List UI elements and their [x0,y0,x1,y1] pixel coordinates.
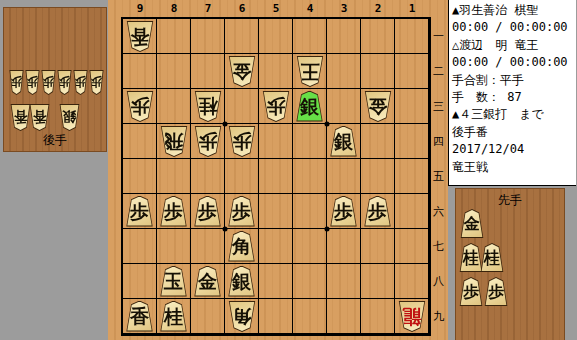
shogi-piece-gote[interactable]: 歩 [126,91,154,122]
piece-glyph: 香 [130,307,149,326]
piece-body: 香 [30,105,49,130]
shogi-piece-sente[interactable]: 桂 [480,243,504,272]
piece-body: 歩 [460,278,482,305]
file-label: 6 [225,2,259,15]
square-46[interactable] [293,194,327,229]
square-44[interactable] [293,124,327,159]
file-label: 4 [293,2,327,15]
piece-glyph: 歩 [198,202,217,221]
rank-label: 四 [433,124,444,159]
piece-body: 玉 [161,267,187,296]
square-31[interactable] [327,19,361,54]
square-87[interactable] [157,229,191,264]
piece-body: 香 [11,105,30,130]
square-25[interactable] [361,159,395,194]
hoshi-dot [223,227,228,232]
square-15[interactable] [395,159,429,194]
info-line: △渡辺 明 竜王 [452,37,576,54]
shogi-piece-sente[interactable]: 歩 [484,277,508,306]
square-38[interactable] [327,264,361,299]
rank-label: 五 [433,159,444,194]
shogi-piece-gote[interactable]: 銀 [59,104,80,131]
shogi-piece-gote[interactable]: 桂 [194,91,222,122]
shogi-piece-sente[interactable]: 桂 [160,301,188,332]
piece-body: 龍 [399,302,425,331]
sente-tray-label: 先手 [456,192,564,209]
square-34[interactable]: 銀 [327,124,361,159]
hoshi-dot [325,122,330,127]
square-37[interactable] [327,229,361,264]
piece-glyph: 香 [14,111,28,125]
piece-glyph: 歩 [130,97,149,116]
shogi-piece-sente[interactable]: 歩 [160,196,188,227]
piece-body: 銀 [229,267,255,296]
square-92[interactable] [123,54,157,89]
square-74[interactable]: 歩 [191,124,225,159]
hoshi-dot [223,122,228,127]
piece-body: 歩 [42,71,55,94]
square-58[interactable] [259,264,293,299]
piece-glyph: 飛 [164,132,183,151]
square-59[interactable] [259,299,293,334]
square-93[interactable]: 歩 [123,89,157,124]
square-78[interactable]: 金 [191,264,225,299]
shogi-piece-sente[interactable]: 歩 [126,196,154,227]
gote-hand-tray: 歩歩歩歩歩歩 香香銀 後手 [3,7,107,152]
piece-body: 金 [195,267,221,296]
square-16[interactable] [395,194,429,229]
gote-hand-row-majors: 香香銀 [10,104,80,131]
info-line: 2017/12/04 [452,141,576,158]
piece-glyph: 銀 [334,132,353,151]
piece-body: 歩 [195,197,221,226]
piece-body: 角 [229,232,255,261]
piece-body: 桂 [481,244,503,271]
shogi-piece-sente[interactable]: 銀 [296,91,324,122]
square-12[interactable] [395,54,429,89]
piece-body: 香 [127,22,153,51]
shogi-piece-gote[interactable]: 歩 [9,70,24,95]
square-42[interactable]: 王 [293,54,327,89]
square-26[interactable]: 歩 [361,194,395,229]
piece-glyph: 金 [198,272,217,291]
square-67[interactable]: 角 [225,229,259,264]
square-68[interactable]: 銀 [225,264,259,299]
shogi-piece-gote[interactable]: 金 [364,91,392,122]
shogi-piece-gote[interactable]: 歩 [73,70,88,95]
piece-glyph: 歩 [164,202,183,221]
shogi-piece-gote[interactable]: 角 [228,301,256,332]
sente-hand-row-3: 歩歩 [459,277,508,306]
piece-glyph: 王 [300,62,319,81]
square-29[interactable] [361,299,395,334]
shogi-piece-gote[interactable]: 歩 [57,70,72,95]
square-81[interactable] [157,19,191,54]
rank-labels: 一二三四五六七八九 [433,19,444,334]
info-line: 00:00 / 00:00:00 [452,54,576,71]
piece-glyph: 歩 [198,132,217,151]
square-95[interactable] [123,159,157,194]
square-73[interactable]: 桂 [191,89,225,124]
square-66[interactable]: 歩 [225,194,259,229]
square-53[interactable]: 歩 [259,89,293,124]
piece-body: 角 [229,302,255,331]
piece-glyph: 歩 [43,77,55,89]
piece-glyph: 歩 [27,77,39,89]
square-28[interactable] [361,264,395,299]
shogi-piece-sente[interactable]: 角 [228,231,256,262]
gote-hand-row-pawns: 歩歩歩歩歩歩 [9,70,105,95]
piece-glyph: 金 [232,62,251,81]
piece-body: 桂 [195,92,221,121]
piece-glyph: 角 [232,237,251,256]
square-62[interactable]: 金 [225,54,259,89]
piece-glyph: 歩 [75,77,87,89]
piece-body: 金 [229,57,255,86]
shogi-piece-sente[interactable]: 金 [460,209,484,238]
piece-body: 歩 [58,71,71,94]
square-18[interactable] [395,264,429,299]
piece-glyph: 歩 [368,202,387,221]
piece-body: 歩 [195,127,221,156]
shogi-piece-sente[interactable]: 歩 [364,196,392,227]
info-line: 後手番 [452,124,576,141]
square-79[interactable] [191,299,225,334]
square-55[interactable] [259,159,293,194]
shogi-piece-sente[interactable]: 香 [126,301,154,332]
square-94[interactable] [123,124,157,159]
shogi-piece-sente[interactable]: 銀 [228,266,256,297]
piece-body: 飛 [161,127,187,156]
square-57[interactable] [259,229,293,264]
square-47[interactable] [293,229,327,264]
square-35[interactable] [327,159,361,194]
piece-body: 歩 [127,92,153,121]
square-61[interactable] [225,19,259,54]
info-line: 竜王戦 [452,159,576,176]
piece-body: 歩 [229,197,255,226]
square-63[interactable] [225,89,259,124]
rank-label: 七 [433,229,444,264]
piece-body: 歩 [90,71,103,94]
square-98[interactable] [123,264,157,299]
piece-body: 銀 [297,92,323,121]
piece-body: 歩 [229,127,255,156]
piece-glyph: 桂 [164,307,183,326]
square-17[interactable] [395,229,429,264]
file-labels: 987654321 [123,2,429,15]
piece-body: 金 [365,92,391,121]
board-panel: 987654321 一二三四五六七八九 香金王歩桂歩銀金飛歩歩銀歩歩歩歩歩歩角玉… [108,0,448,340]
shogi-piece-sente[interactable]: 歩 [459,277,483,306]
square-97[interactable] [123,229,157,264]
piece-glyph: 歩 [266,97,285,116]
piece-glyph: 歩 [91,77,103,89]
square-69[interactable]: 角 [225,299,259,334]
piece-body: 歩 [331,197,357,226]
piece-body: 桂 [460,244,482,271]
piece-glyph: 銀 [232,272,251,291]
square-43[interactable]: 銀 [293,89,327,124]
piece-body: 銀 [60,105,79,130]
shogi-piece-gote[interactable]: 歩 [194,126,222,157]
piece-glyph: 玉 [164,272,183,291]
info-line: 手合割：平手 [452,72,576,89]
square-64[interactable]: 歩 [225,124,259,159]
shogi-piece-gote[interactable]: 王 [296,56,324,87]
rank-label: 一 [433,19,444,54]
piece-glyph: 歩 [59,77,71,89]
shogi-piece-sente[interactable]: 歩 [330,196,358,227]
square-91[interactable]: 香 [123,19,157,54]
square-86[interactable]: 歩 [157,194,191,229]
square-99[interactable]: 香 [123,299,157,334]
square-13[interactable] [395,89,429,124]
square-75[interactable] [191,159,225,194]
square-45[interactable] [293,159,327,194]
file-label: 5 [259,2,293,15]
square-76[interactable]: 歩 [191,194,225,229]
square-96[interactable]: 歩 [123,194,157,229]
piece-body: 歩 [10,71,23,94]
rank-label: 九 [433,299,444,334]
piece-glyph: 歩 [232,132,251,151]
shogi-piece-gote[interactable]: 歩 [25,70,40,95]
piece-glyph: 歩 [11,77,23,89]
file-label: 1 [395,2,429,15]
square-23[interactable]: 金 [361,89,395,124]
piece-glyph: 歩 [488,284,504,300]
piece-body: 香 [127,302,153,331]
square-21[interactable] [361,19,395,54]
file-label: 8 [157,2,191,15]
shogi-piece-sente[interactable]: 金 [194,266,222,297]
square-24[interactable] [361,124,395,159]
piece-body: 銀 [331,127,357,156]
shogi-piece-gote[interactable]: 歩 [262,91,290,122]
piece-glyph: 銀 [63,111,77,125]
square-82[interactable] [157,54,191,89]
info-line: 00:00 / 00:00:00 [452,19,576,36]
piece-glyph: 歩 [130,202,149,221]
shogi-piece-gote[interactable]: 金 [228,56,256,87]
shogi-piece-sente[interactable]: 歩 [228,196,256,227]
square-33[interactable] [327,89,361,124]
file-label: 7 [191,2,225,15]
file-label: 3 [327,2,361,15]
piece-glyph: 香 [33,111,47,125]
shogi-piece-gote[interactable]: 飛 [160,126,188,157]
square-56[interactable] [259,194,293,229]
piece-glyph: 角 [232,307,251,326]
square-85[interactable] [157,159,191,194]
piece-body: 歩 [127,197,153,226]
piece-body: 歩 [74,71,87,94]
shogi-piece-sente[interactable]: 桂 [459,243,483,272]
shogi-app-window: 歩歩歩歩歩歩 香香銀 後手 987654321 一二三四五六七八九 香金王歩桂歩… [0,0,577,340]
rank-label: 八 [433,264,444,299]
shogi-piece-gote[interactable]: 歩 [89,70,104,95]
square-52[interactable] [259,54,293,89]
piece-body: 金 [461,210,483,237]
piece-glyph: 香 [130,27,149,46]
piece-glyph: 歩 [334,202,353,221]
file-label: 2 [361,2,395,15]
square-54[interactable] [259,124,293,159]
sente-hand-tray: 先手 金 桂桂 歩歩 [455,188,565,340]
piece-glyph: 桂 [198,97,217,116]
shogi-piece-gote[interactable]: 香 [126,21,154,52]
info-line: ▲羽生善治 棋聖 [452,2,576,19]
square-11[interactable] [395,19,429,54]
square-19[interactable]: 龍 [395,299,429,334]
square-84[interactable]: 飛 [157,124,191,159]
square-51[interactable] [259,19,293,54]
file-label: 9 [123,2,157,15]
rank-label: 六 [433,194,444,229]
square-65[interactable] [225,159,259,194]
piece-glyph: 桂 [484,250,500,266]
square-22[interactable] [361,54,395,89]
square-36[interactable]: 歩 [327,194,361,229]
square-71[interactable] [191,19,225,54]
shogi-piece-sente[interactable]: 玉 [160,266,188,297]
piece-glyph: 金 [368,97,387,116]
rank-label: 三 [433,89,444,124]
piece-glyph: 金 [464,216,480,232]
square-14[interactable] [395,124,429,159]
square-32[interactable] [327,54,361,89]
hoshi-dot [325,227,330,232]
piece-glyph: 銀 [300,97,319,116]
piece-body: 歩 [26,71,39,94]
square-41[interactable] [293,19,327,54]
square-48[interactable] [293,264,327,299]
square-49[interactable] [293,299,327,334]
piece-body: 歩 [263,92,289,121]
square-83[interactable] [157,89,191,124]
piece-body: 桂 [161,302,187,331]
piece-glyph: 桂 [463,250,479,266]
piece-body: 歩 [485,278,507,305]
piece-body: 歩 [161,197,187,226]
square-39[interactable] [327,299,361,334]
square-27[interactable] [361,229,395,264]
piece-glyph: 歩 [232,202,251,221]
shogi-piece-sente[interactable]: 歩 [194,196,222,227]
gote-tray-label: 後手 [4,132,106,149]
board-grid: 香金王歩桂歩銀金飛歩歩銀歩歩歩歩歩歩角玉金銀香桂角龍 [121,17,431,336]
promoted-shogi-piece-gote[interactable]: 龍 [398,301,426,332]
shogi-piece-gote[interactable]: 歩 [228,126,256,157]
shogi-piece-sente[interactable]: 銀 [330,126,358,157]
shogi-piece-gote[interactable]: 香 [29,104,50,131]
game-info-panel: ▲羽生善治 棋聖00:00 / 00:00:00△渡辺 明 竜王00:00 / … [448,0,576,186]
rank-label: 二 [433,54,444,89]
info-line: 手 数： 87 [452,89,576,106]
square-72[interactable] [191,54,225,89]
piece-body: 歩 [365,197,391,226]
sente-hand-row-2: 桂桂 [459,243,504,272]
shogi-piece-gote[interactable]: 歩 [41,70,56,95]
square-88[interactable]: 玉 [157,264,191,299]
piece-body: 王 [297,57,323,86]
piece-glyph: 龍 [402,307,421,326]
piece-glyph: 歩 [463,284,479,300]
shogi-piece-gote[interactable]: 香 [10,104,31,131]
square-77[interactable] [191,229,225,264]
info-line: ▲４三銀打 まで [452,106,576,123]
square-89[interactable]: 桂 [157,299,191,334]
sente-hand-row-1: 金 [460,209,484,238]
